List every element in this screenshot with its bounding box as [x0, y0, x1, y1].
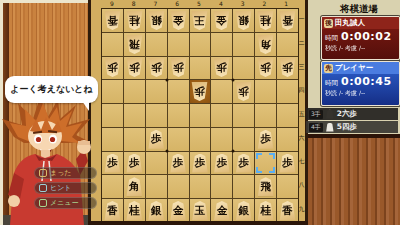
info-panel: 将棋道場 後田丸誠人時間0:00:02秒読 /- 考慮 /--先プレイヤー時間0… [308, 0, 400, 225]
square-7-7[interactable] [146, 152, 167, 175]
piece-sente-歩: 歩 [126, 154, 143, 173]
piece-sente-金: 金 [170, 201, 187, 220]
square-1-8[interactable] [277, 175, 298, 198]
rank-label-四: 四 [298, 79, 305, 103]
piece-sente-香: 香 [279, 201, 296, 220]
piece-gote-歩: 歩 [235, 82, 252, 101]
piece-sente-桂: 桂 [126, 201, 143, 220]
square-9-3[interactable]: 歩 [102, 57, 123, 80]
piece-gote-銀: 銀 [148, 11, 165, 30]
square-5-6[interactable] [190, 128, 211, 151]
square-1-7[interactable]: 歩 [277, 152, 298, 175]
square-1-9[interactable]: 香 [277, 199, 298, 222]
file-label-4: 4 [210, 0, 232, 8]
file-label-9: 9 [101, 0, 123, 8]
button-label: ヒント [50, 183, 72, 193]
table-wood [308, 134, 400, 225]
player-name: プレイヤー [335, 63, 373, 73]
square-7-2[interactable] [146, 33, 167, 56]
piece-sente-飛: 飛 [257, 177, 274, 196]
rank-label-六: 六 [298, 126, 305, 150]
gote-piece-icon [326, 123, 334, 132]
square-8-2[interactable]: 飛 [124, 33, 145, 56]
move-text: 5四歩 [337, 122, 357, 132]
button-label: メニュー [50, 198, 79, 208]
time-value: 0:00:45 [341, 75, 392, 88]
rank-label-一: 一 [298, 8, 305, 32]
piece-sente-金: 金 [213, 201, 230, 220]
time-label: 時間 [325, 34, 338, 43]
player-header: 先プレイヤー [322, 62, 399, 74]
square-8-4[interactable] [124, 80, 145, 103]
piece-sente-銀: 銀 [235, 201, 252, 220]
square-9-7[interactable]: 歩 [102, 152, 123, 175]
square-2-6[interactable]: 歩 [255, 128, 276, 151]
square-1-6[interactable] [277, 128, 298, 151]
file-label-2: 2 [253, 0, 275, 8]
piece-sente-歩: 歩 [104, 154, 121, 173]
piece-sente-桂: 桂 [257, 201, 274, 220]
square-2-8[interactable]: 飛 [255, 175, 276, 198]
square-4-2[interactable] [211, 33, 232, 56]
player-header: 後田丸誠人 [322, 17, 399, 29]
move-number: 4手 [309, 123, 323, 132]
square-2-9[interactable]: 桂 [255, 199, 276, 222]
piece-sente-歩: 歩 [191, 154, 208, 173]
time-row: 時間0:00:02 [322, 29, 399, 43]
square-6-9[interactable]: 金 [168, 199, 189, 222]
square-5-2[interactable] [190, 33, 211, 56]
square-4-7[interactable]: 歩 [211, 152, 232, 175]
move-row-4手: 4手5四歩 [306, 121, 398, 133]
square-7-8[interactable] [146, 175, 167, 198]
square-2-2[interactable]: 角 [255, 33, 276, 56]
square-2-4[interactable] [255, 80, 276, 103]
time-row: 時間0:00:45 [322, 74, 399, 88]
move-number: 3手 [309, 110, 323, 119]
square-5-7[interactable]: 歩 [190, 152, 211, 175]
square-9-6[interactable] [102, 128, 123, 151]
square-5-3[interactable] [190, 57, 211, 80]
square-2-3[interactable]: 歩 [255, 57, 276, 80]
square-7-4[interactable] [146, 80, 167, 103]
shogi-game-screen: よーく考えないとね まったヒントメニュー 987654321 一二三四五六七八九… [0, 0, 400, 225]
byoyomi-row: 秒読 /- 考慮 /-- [322, 43, 399, 54]
sente-piece-icon [326, 110, 334, 119]
time-value: 0:00:02 [341, 30, 392, 43]
piece-sente-銀: 銀 [148, 201, 165, 220]
app-title: 将棋道場 [320, 3, 398, 16]
board-edge-bottom [88, 221, 308, 225]
square-3-9[interactable]: 銀 [233, 199, 254, 222]
time-label: 時間 [325, 79, 338, 88]
board-grid-frame: 香桂銀金王金銀桂香飛角歩歩歩歩歩歩歩歩歩歩歩歩歩歩歩歩歩歩角飛香桂銀金玉金銀桂香 [101, 8, 299, 223]
square-2-7[interactable] [255, 152, 276, 175]
hoshi-dot [231, 78, 234, 81]
piece-gote-歩: 歩 [126, 58, 143, 77]
square-5-1[interactable]: 王 [190, 9, 211, 32]
player-name: 田丸誠人 [335, 18, 365, 28]
square-4-6[interactable] [211, 128, 232, 151]
hoshi-dot [166, 150, 169, 153]
side-badge: 先 [324, 64, 333, 73]
square-9-9[interactable]: 香 [102, 199, 123, 222]
rank-label-七: 七 [298, 150, 305, 174]
piece-sente-玉: 玉 [191, 201, 208, 220]
piece-gote-桂: 桂 [126, 11, 143, 30]
square-5-9[interactable]: 玉 [190, 199, 211, 222]
square-8-1[interactable]: 桂 [124, 9, 145, 32]
square-1-3[interactable]: 歩 [277, 57, 298, 80]
square-6-6[interactable] [168, 128, 189, 151]
square-3-5[interactable] [233, 104, 254, 127]
hoshi-dot [166, 78, 169, 81]
square-8-5[interactable] [124, 104, 145, 127]
まった-icon [39, 169, 47, 177]
rank-label-八: 八 [298, 174, 305, 198]
rank-label-二: 二 [298, 32, 305, 56]
square-8-3[interactable]: 歩 [124, 57, 145, 80]
square-4-1[interactable]: 金 [211, 9, 232, 32]
piece-gote-歩: 歩 [148, 58, 165, 77]
rank-label-三: 三 [298, 55, 305, 79]
piece-sente-歩: 歩 [279, 154, 296, 173]
square-9-5[interactable] [102, 104, 123, 127]
piece-gote-歩: 歩 [257, 58, 274, 77]
rank-label-五: 五 [298, 103, 305, 127]
square-3-4[interactable]: 歩 [233, 80, 254, 103]
player-card-sente: 先プレイヤー時間0:00:45秒読 /- 考慮 /-- [321, 61, 400, 106]
square-9-8[interactable] [102, 175, 123, 198]
player-card-gote: 後田丸誠人時間0:00:02秒読 /- 考慮 /-- [321, 16, 400, 60]
square-1-4[interactable] [277, 80, 298, 103]
square-6-4[interactable] [168, 80, 189, 103]
square-3-3[interactable] [233, 57, 254, 80]
byoyomi-row: 秒読 /- 考慮 /-- [322, 88, 399, 99]
piece-sente-歩: 歩 [148, 130, 165, 149]
file-label-6: 6 [166, 0, 188, 8]
piece-gote-桂: 桂 [257, 11, 274, 30]
piece-sente-角: 角 [126, 177, 143, 196]
square-3-1[interactable]: 銀 [233, 9, 254, 32]
piece-sente-歩: 歩 [213, 154, 230, 173]
file-label-5: 5 [188, 0, 210, 8]
square-4-3[interactable]: 歩 [211, 57, 232, 80]
square-7-3[interactable]: 歩 [146, 57, 167, 80]
square-4-4[interactable] [211, 80, 232, 103]
file-label-1: 1 [275, 0, 297, 8]
まった-button[interactable]: まった [34, 167, 97, 179]
speech-bubble-text: よーく考えないとね [10, 83, 92, 96]
piece-gote-歩: 歩 [279, 58, 296, 77]
square-9-4[interactable] [102, 80, 123, 103]
piece-sente-歩: 歩 [170, 154, 187, 173]
square-3-2[interactable] [233, 33, 254, 56]
square-4-8[interactable] [211, 175, 232, 198]
square-8-7[interactable]: 歩 [124, 152, 145, 175]
square-3-6[interactable] [233, 128, 254, 151]
square-8-6[interactable] [124, 128, 145, 151]
piece-gote-銀: 銀 [235, 11, 252, 30]
square-2-5[interactable] [255, 104, 276, 127]
square-7-9[interactable]: 銀 [146, 199, 167, 222]
square-6-7[interactable]: 歩 [168, 152, 189, 175]
ヒント-button[interactable]: ヒント [34, 182, 97, 194]
square-6-3[interactable]: 歩 [168, 57, 189, 80]
rank-labels: 一二三四五六七八九 [298, 8, 305, 221]
piece-gote-歩: 歩 [213, 58, 230, 77]
square-4-9[interactable]: 金 [211, 199, 232, 222]
rank-label-九: 九 [298, 197, 305, 221]
square-1-5[interactable] [277, 104, 298, 127]
piece-gote-金: 金 [213, 11, 230, 30]
square-4-5[interactable] [211, 104, 232, 127]
piece-gote-飛: 飛 [126, 35, 143, 54]
hoshi-dot [231, 150, 234, 153]
square-8-8[interactable]: 角 [124, 175, 145, 198]
piece-gote-王: 王 [191, 11, 208, 30]
side-badge: 後 [324, 19, 333, 28]
square-1-1[interactable]: 香 [277, 9, 298, 32]
メニュー-button[interactable]: メニュー [34, 197, 97, 209]
square-8-9[interactable]: 桂 [124, 199, 145, 222]
piece-sente-歩: 歩 [235, 154, 252, 173]
square-5-4[interactable]: 歩 [190, 80, 211, 103]
square-7-1[interactable]: 銀 [146, 9, 167, 32]
piece-gote-歩: 歩 [170, 58, 187, 77]
file-label-3: 3 [232, 0, 254, 8]
file-labels: 987654321 [101, 0, 297, 8]
piece-gote-香: 香 [104, 11, 121, 30]
square-9-1[interactable]: 香 [102, 9, 123, 32]
file-label-8: 8 [123, 0, 145, 8]
square-5-8[interactable] [190, 175, 211, 198]
square-6-5[interactable] [168, 104, 189, 127]
piece-gote-角: 角 [257, 35, 274, 54]
move-row-3手: 3手2六歩 [306, 108, 398, 120]
action-button-group: まったヒントメニュー [34, 167, 97, 209]
square-9-2[interactable] [102, 33, 123, 56]
piece-gote-歩: 歩 [104, 58, 121, 77]
square-2-1[interactable]: 桂 [255, 9, 276, 32]
piece-sente-歩: 歩 [257, 130, 274, 149]
square-7-5[interactable] [146, 104, 167, 127]
square-5-5[interactable] [190, 104, 211, 127]
square-1-2[interactable] [277, 33, 298, 56]
square-6-2[interactable] [168, 33, 189, 56]
move-list: 3手2六歩4手5四歩 [306, 108, 398, 133]
shogi-board: 987654321 一二三四五六七八九 香桂銀金王金銀桂香飛角歩歩歩歩歩歩歩歩歩… [88, 0, 308, 225]
メニュー-icon [39, 199, 47, 207]
square-3-8[interactable] [233, 175, 254, 198]
file-label-7: 7 [145, 0, 167, 8]
square-6-8[interactable] [168, 175, 189, 198]
piece-gote-歩: 歩 [191, 82, 208, 101]
piece-gote-金: 金 [170, 11, 187, 30]
speech-bubble: よーく考えないとね [5, 76, 98, 103]
square-6-1[interactable]: 金 [168, 9, 189, 32]
board-grid: 香桂銀金王金銀桂香飛角歩歩歩歩歩歩歩歩歩歩歩歩歩歩歩歩歩歩角飛香桂銀金玉金銀桂香 [102, 9, 298, 222]
move-text: 2六歩 [337, 109, 357, 119]
piece-gote-香: 香 [279, 11, 296, 30]
selection-cursor-icon [256, 153, 275, 174]
square-7-6[interactable]: 歩 [146, 128, 167, 151]
button-label: まった [50, 168, 72, 178]
square-3-7[interactable]: 歩 [233, 152, 254, 175]
ヒント-icon [39, 184, 47, 192]
piece-sente-香: 香 [104, 201, 121, 220]
